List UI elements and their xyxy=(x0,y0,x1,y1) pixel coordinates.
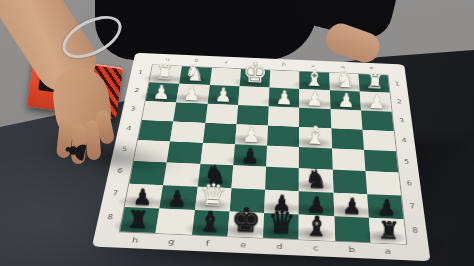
white-pawn-c2[interactable]: ♟ xyxy=(306,89,324,109)
square-e4[interactable]: ♟ xyxy=(235,124,268,146)
square-d8[interactable]: ♛ xyxy=(263,213,299,239)
file-label: e xyxy=(240,57,270,69)
white-pawn-d2[interactable]: ♟ xyxy=(275,87,293,107)
captured-black-pawn[interactable]: ♟ xyxy=(61,137,91,165)
black-pawn-b7[interactable]: ♟ xyxy=(341,195,361,217)
square-d4[interactable] xyxy=(267,125,299,147)
square-h3[interactable] xyxy=(142,101,177,122)
white-pawn-a2[interactable]: ♟ xyxy=(368,91,386,111)
black-rook-h8[interactable]: ♜ xyxy=(127,207,150,232)
square-a4[interactable] xyxy=(362,130,396,152)
instructor-torso xyxy=(95,0,317,60)
square-b4[interactable] xyxy=(331,128,364,150)
square-b6[interactable] xyxy=(332,170,367,194)
square-e8[interactable]: ♚ xyxy=(227,211,264,237)
file-label: a xyxy=(356,62,386,74)
file-label: d xyxy=(269,59,298,71)
square-a2[interactable]: ♟ xyxy=(359,92,391,112)
square-a3[interactable] xyxy=(361,110,394,131)
black-queen-d8[interactable]: ♛ xyxy=(267,207,296,239)
square-g4[interactable] xyxy=(170,121,205,143)
square-c4[interactable]: ♝ xyxy=(299,127,331,149)
square-b3[interactable] xyxy=(330,109,362,130)
black-pawn-e5[interactable]: ♟ xyxy=(240,145,259,166)
black-bishop-c8[interactable]: ♝ xyxy=(304,212,330,241)
square-e1[interactable]: ♚ xyxy=(239,69,270,88)
white-pawn-h2[interactable]: ♟ xyxy=(153,82,171,102)
scene: hgfedcba hgfedcba 12345678 12345678 ♜♞♚♝… xyxy=(0,0,474,266)
black-pawn-g7[interactable]: ♟ xyxy=(167,187,187,209)
square-e5[interactable]: ♟ xyxy=(233,144,267,167)
file-label: c xyxy=(299,60,328,72)
square-h8[interactable]: ♜ xyxy=(120,207,160,233)
black-knight-c6[interactable]: ♞ xyxy=(305,166,329,192)
black-rook-a8[interactable]: ♜ xyxy=(377,218,400,243)
square-c8[interactable]: ♝ xyxy=(299,214,335,240)
square-d5[interactable] xyxy=(266,146,299,169)
square-f3[interactable] xyxy=(205,103,238,124)
square-c6[interactable]: ♞ xyxy=(299,168,333,192)
file-label: b xyxy=(328,61,358,73)
square-b5[interactable] xyxy=(331,149,365,172)
white-pawn-f2[interactable]: ♟ xyxy=(214,85,232,105)
square-a8[interactable]: ♜ xyxy=(369,217,407,244)
file-label: f xyxy=(211,56,241,68)
square-d3[interactable] xyxy=(268,106,300,127)
white-pawn-e4[interactable]: ♟ xyxy=(242,125,261,146)
square-h4[interactable] xyxy=(138,120,173,142)
file-label: g xyxy=(181,55,212,67)
square-a7[interactable]: ♟ xyxy=(367,194,404,219)
rank-label: 8 xyxy=(402,218,428,244)
white-pawn-b2[interactable]: ♟ xyxy=(337,90,355,110)
square-g3[interactable] xyxy=(173,102,207,123)
black-bishop-f8[interactable]: ♝ xyxy=(197,207,223,236)
square-e6[interactable] xyxy=(231,166,266,190)
white-bishop-c4[interactable]: ♝ xyxy=(304,122,328,148)
white-pawn-g2[interactable]: ♟ xyxy=(183,83,201,103)
file-label: h xyxy=(152,54,183,66)
square-f2[interactable]: ♟ xyxy=(207,85,239,105)
square-a6[interactable] xyxy=(365,171,401,195)
black-king-e8[interactable]: ♚ xyxy=(230,203,261,238)
square-a5[interactable] xyxy=(364,150,399,173)
